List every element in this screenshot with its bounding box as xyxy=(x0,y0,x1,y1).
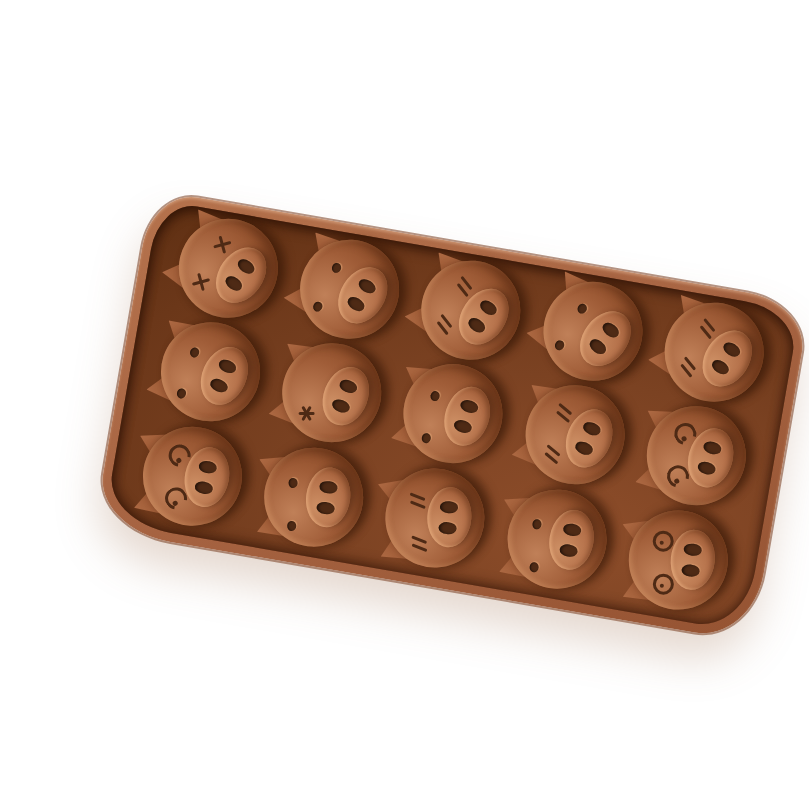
pig-nostril-right xyxy=(581,421,601,438)
pig-eyes xyxy=(278,452,314,540)
pig-eye-right-icon xyxy=(670,419,700,449)
pig-eye-left-icon xyxy=(311,301,323,314)
pig-eye-right-icon xyxy=(695,315,720,341)
pig-face-r2c5 xyxy=(639,399,753,513)
pig-eyes xyxy=(519,493,558,582)
pig-nostril-right xyxy=(459,399,479,415)
pig-nostril-left xyxy=(696,461,716,477)
pig-nostril-right xyxy=(338,379,358,396)
pig-eye-left-icon xyxy=(662,462,692,492)
pig-nostril-left xyxy=(681,564,699,577)
pig-nostril-left xyxy=(194,481,213,496)
pig-face-r1c5 xyxy=(648,286,781,419)
pig-eye-right-icon xyxy=(430,391,441,403)
pig-nostril-left xyxy=(330,398,350,415)
pig-nostril-right xyxy=(198,460,217,475)
pig-nostril-right xyxy=(235,257,256,276)
pig-nostril-left xyxy=(345,295,366,314)
pig-eye-right-icon xyxy=(164,440,195,471)
pig-nostril-left xyxy=(466,316,487,335)
pig-nostril-right xyxy=(721,340,742,359)
pig-eye-left-icon xyxy=(540,442,563,466)
product-photo xyxy=(40,16,809,809)
pig-nostril-left xyxy=(316,502,335,516)
pig-eye-right-icon xyxy=(532,519,542,530)
pig-nostril-left xyxy=(558,544,577,558)
pig-eye-left-icon xyxy=(552,339,565,352)
pig-eyes xyxy=(643,516,677,603)
pig-face-r2c3 xyxy=(395,356,512,473)
pig-eye-right-icon xyxy=(452,273,477,299)
pig-eyes xyxy=(399,475,436,563)
pig-nostril-right xyxy=(440,501,458,514)
pig-face-r3c4 xyxy=(504,486,609,591)
pig-eye-left-icon xyxy=(189,270,214,295)
pig-eye-left-icon xyxy=(301,407,312,422)
pig-face-r3c3 xyxy=(384,467,487,570)
pig-nostril-right xyxy=(319,481,338,495)
pig-nostril-right xyxy=(702,441,722,457)
pig-nostril-right xyxy=(356,277,377,296)
pig-eye-right-icon xyxy=(552,400,575,424)
pig-nostril-left xyxy=(453,419,473,435)
pig-eye-left-icon xyxy=(652,574,673,595)
pig-eye-right-icon xyxy=(330,261,342,274)
pig-nostril-right xyxy=(478,298,499,317)
mold-surface xyxy=(104,200,800,632)
pig-eye-right-icon xyxy=(288,478,297,488)
pig-nostril-left xyxy=(208,378,229,396)
pig-face-r3c2 xyxy=(263,446,365,548)
pig-nostril-right xyxy=(217,358,238,376)
mold-tray xyxy=(94,190,809,643)
pig-eye-right-icon xyxy=(189,347,201,359)
pig-face-r3c1 xyxy=(139,423,246,530)
pig-nostril-left xyxy=(709,358,730,377)
pig-face-r2c1 xyxy=(148,310,273,435)
pig-eye-right-icon xyxy=(210,232,235,257)
pig-nostril-left xyxy=(573,440,593,457)
pig-eye-left-icon xyxy=(529,562,539,573)
pig-face-r2c4 xyxy=(514,374,636,496)
pig-eye-right-icon xyxy=(652,530,673,551)
pig-nostril-right xyxy=(562,523,581,537)
pig-nostril-left xyxy=(223,274,244,293)
pig-eye-left-icon xyxy=(675,354,700,380)
pig-eye-left-icon xyxy=(175,388,187,400)
pig-face-r3c5 xyxy=(629,510,728,609)
pig-eye-left-icon xyxy=(432,311,457,337)
pig-nostril-left xyxy=(439,522,457,535)
pig-eye-right-icon xyxy=(575,302,588,315)
pig-eye-left-icon xyxy=(410,533,429,554)
pig-eye-right-icon xyxy=(408,490,427,511)
pig-nostril-left xyxy=(586,337,607,357)
pig-eye-left-icon xyxy=(287,521,296,531)
cavity-grid xyxy=(125,207,782,621)
pig-nostril-right xyxy=(599,320,620,340)
pig-nostril-right xyxy=(683,543,701,556)
pig-eye-left-icon xyxy=(421,433,432,445)
pig-eye-left-icon xyxy=(160,483,191,514)
